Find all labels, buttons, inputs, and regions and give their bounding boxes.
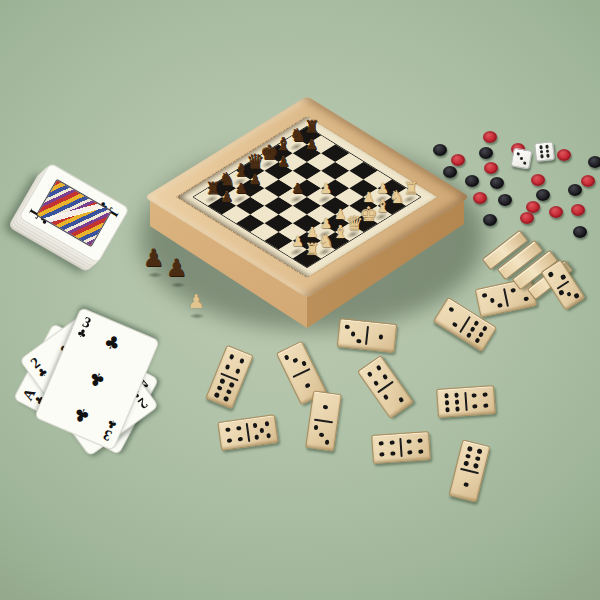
club-pip: ♣ — [86, 368, 108, 391]
jack-court-figure — [36, 179, 112, 247]
cards-layer: A♣A♣♣2♣2♣♣♣3♣3♣♣♣♣J♣J♣ — [0, 0, 600, 600]
club-pip: ♣ — [101, 332, 123, 355]
card-index-3-club: 3♣ — [73, 313, 97, 342]
club-pip: ♣ — [71, 403, 93, 426]
club-suit-icon: ♣ — [73, 326, 91, 342]
playing-card-jack-of-clubs-on-deck[interactable]: J♣J♣ — [18, 162, 130, 263]
tabletop-scene: ♜♞♟♝♟♛♟♚♝♟♞♟♟♜♟♟♜♟♟♞♟♝♛♟♚♟♝♞♜ ♟♟♟ A♣A♣♣2… — [0, 0, 600, 600]
